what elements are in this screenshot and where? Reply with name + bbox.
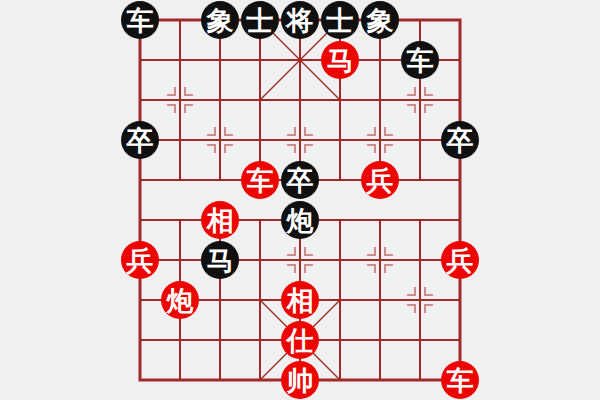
piece-black-elephant[interactable]: 象 [361,1,399,39]
piece-red-general[interactable]: 帅 [281,361,319,399]
piece-black-advisor[interactable]: 士 [321,1,359,39]
piece-red-elephant[interactable]: 相 [201,201,239,239]
piece-red-horse[interactable]: 马 [321,41,359,79]
piece-black-advisor[interactable]: 士 [241,1,279,39]
piece-black-soldier[interactable]: 卒 [121,121,159,159]
piece-red-elephant[interactable]: 相 [281,281,319,319]
piece-red-advisor[interactable]: 仕 [281,321,319,359]
xiangqi-board: 车象士将士象车马卒卒车卒兵相炮兵马兵炮相仕帅车 [0,0,600,400]
piece-red-chariot[interactable]: 车 [241,161,279,199]
piece-black-chariot[interactable]: 车 [121,1,159,39]
piece-red-soldier[interactable]: 兵 [441,241,479,279]
piece-black-elephant[interactable]: 象 [201,1,239,39]
piece-red-soldier[interactable]: 兵 [361,161,399,199]
piece-black-horse[interactable]: 马 [201,241,239,279]
piece-black-soldier[interactable]: 卒 [281,161,319,199]
piece-black-general[interactable]: 将 [281,1,319,39]
piece-black-chariot[interactable]: 车 [401,41,439,79]
piece-black-soldier[interactable]: 卒 [441,121,479,159]
piece-red-soldier[interactable]: 兵 [121,241,159,279]
piece-red-chariot[interactable]: 车 [441,361,479,399]
piece-red-cannon[interactable]: 炮 [161,281,199,319]
piece-black-cannon[interactable]: 炮 [281,201,319,239]
pieces-layer: 车象士将士象车马卒卒车卒兵相炮兵马兵炮相仕帅车 [0,0,600,400]
